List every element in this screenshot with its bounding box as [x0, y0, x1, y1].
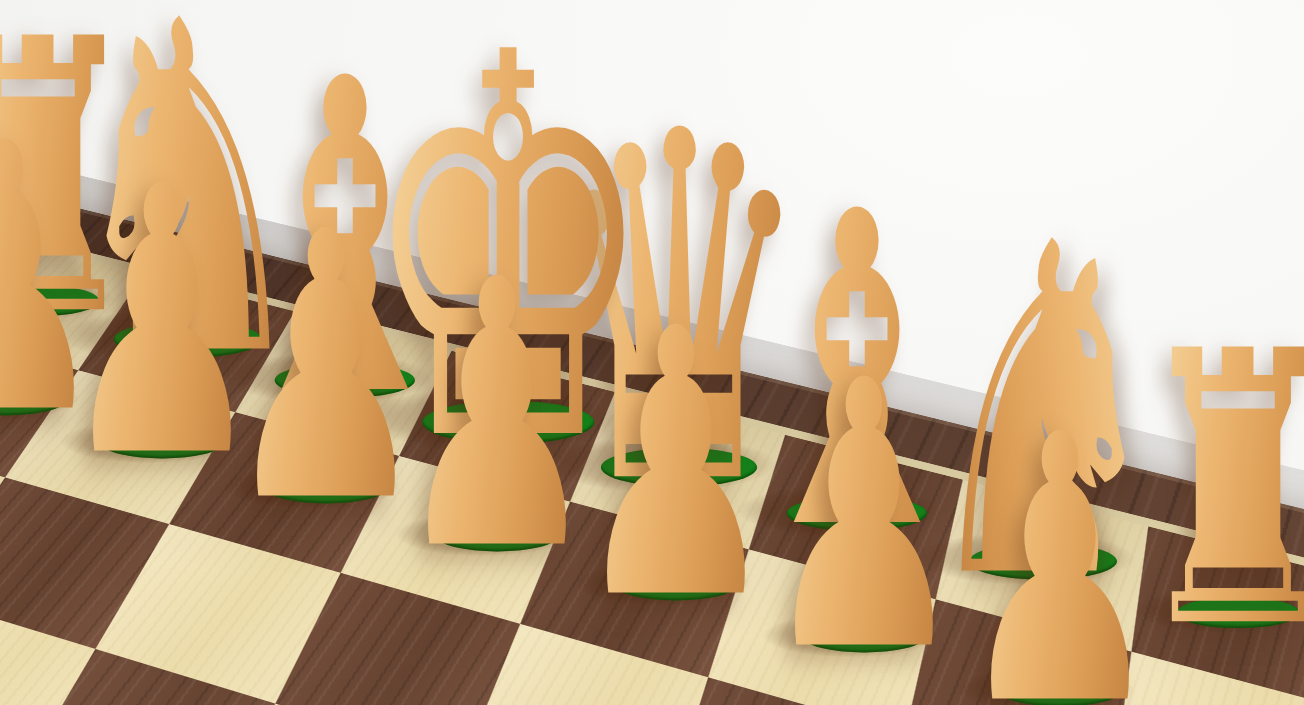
chess-board: [0, 150, 1304, 705]
chess-set-render-scene: ♜♞♝♛♚♝♞♜♟♟♟♟♟♟♟: [0, 0, 1304, 705]
